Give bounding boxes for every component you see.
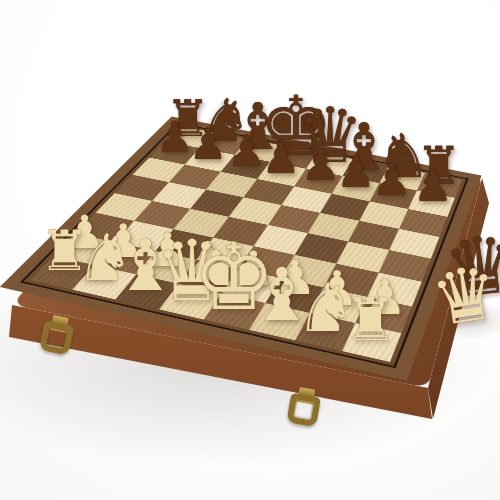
piece-dark-pawn-f7[interactable]: ♟ bbox=[336, 150, 376, 194]
spare-light-queen[interactable]: ♛ bbox=[426, 254, 500, 337]
piece-dark-pawn-g7[interactable]: ♟ bbox=[372, 158, 412, 203]
piece-dark-pawn-d7[interactable]: ♟ bbox=[261, 136, 300, 180]
piece-dark-pawn-h7[interactable]: ♟ bbox=[413, 165, 453, 210]
clasp-ring-icon bbox=[286, 393, 321, 428]
brass-clasp-right[interactable] bbox=[284, 385, 324, 430]
piece-dark-pawn-b7[interactable]: ♟ bbox=[189, 123, 228, 166]
piece-dark-pawn-c7[interactable]: ♟ bbox=[227, 129, 266, 172]
piece-dark-pawn-e7[interactable]: ♟ bbox=[301, 143, 340, 187]
piece-light-rook-h1[interactable]: ♜ bbox=[344, 291, 397, 350]
clasp-ring-icon bbox=[39, 320, 75, 356]
product-photo-scene: ♜♞♝♚♛♝♞♜♟♟♟♟♟♟♟♟♟♟♟♟♟♟♟♟♜♞♝♛♚♝♞♜♛♛ bbox=[0, 0, 500, 500]
pieces-layer: ♜♞♝♚♛♝♞♜♟♟♟♟♟♟♟♟♟♟♟♟♟♟♟♟♜♞♝♛♚♝♞♜♛♛ bbox=[0, 0, 500, 500]
